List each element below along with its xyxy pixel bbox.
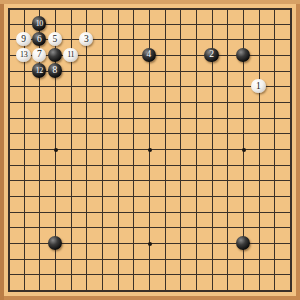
move-number: 12: [36, 66, 43, 74]
stone-white-move-9: 9: [16, 32, 30, 46]
stone-black-move-4: 4: [142, 48, 156, 62]
move-number: 10: [36, 19, 43, 27]
stone-black-move-10: 10: [32, 16, 46, 30]
move-number: 4: [147, 50, 152, 60]
stone-black-handicap: [48, 48, 62, 62]
stone-white-move-13: 13: [16, 48, 30, 62]
move-number: 7: [37, 50, 42, 60]
move-number: 9: [21, 34, 26, 44]
move-number: 3: [84, 34, 89, 44]
stone-white-move-1: 1: [251, 79, 265, 93]
move-number: 8: [53, 65, 58, 75]
move-number: 11: [67, 50, 74, 58]
go-board[interactable]: 12345678910111213: [0, 0, 300, 300]
stone-black-move-8: 8: [48, 63, 62, 77]
stone-black-move-2: 2: [204, 48, 218, 62]
stone-black-handicap: [236, 236, 250, 250]
stone-white-move-3: 3: [79, 32, 93, 46]
stone-black-move-6: 6: [32, 32, 46, 46]
stone-black-move-12: 12: [32, 63, 46, 77]
stone-white-move-5: 5: [48, 32, 62, 46]
move-number: 13: [20, 50, 27, 58]
move-number: 5: [53, 34, 58, 44]
move-number: 6: [37, 34, 42, 44]
move-number: 1: [256, 81, 261, 91]
stones-layer: 12345678910111213: [0, 0, 297, 297]
stone-white-move-11: 11: [63, 48, 77, 62]
stone-black-handicap: [236, 48, 250, 62]
stone-black-handicap: [48, 236, 62, 250]
stone-white-move-7: 7: [32, 48, 46, 62]
move-number: 2: [209, 50, 214, 60]
